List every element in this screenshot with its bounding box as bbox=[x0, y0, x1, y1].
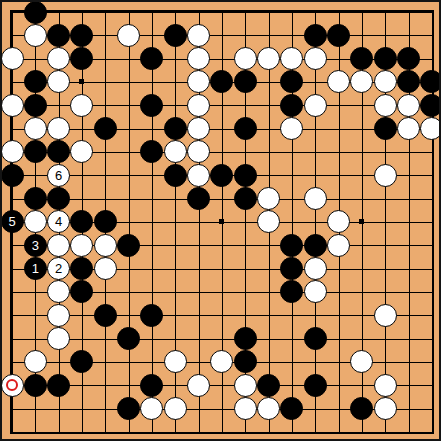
black-stone bbox=[304, 374, 327, 397]
white-stone bbox=[304, 94, 327, 117]
black-stone bbox=[94, 117, 117, 140]
white-stone-move-4: 4 bbox=[47, 210, 70, 233]
black-stone bbox=[140, 47, 163, 70]
black-stone-move-3: 3 bbox=[24, 234, 47, 257]
go-diagram: 654312 bbox=[0, 0, 441, 441]
white-stone bbox=[164, 350, 187, 373]
black-stone bbox=[47, 187, 70, 210]
black-stone bbox=[47, 24, 70, 47]
black-stone bbox=[70, 350, 93, 373]
white-stone bbox=[1, 94, 24, 117]
white-stone bbox=[187, 374, 210, 397]
black-stone bbox=[397, 47, 420, 70]
black-stone bbox=[47, 140, 70, 163]
black-stone bbox=[164, 164, 187, 187]
white-stone bbox=[327, 234, 350, 257]
black-stone bbox=[280, 397, 303, 420]
black-stone bbox=[24, 187, 47, 210]
white-stone bbox=[187, 47, 210, 70]
white-stone bbox=[234, 397, 257, 420]
white-stone bbox=[47, 327, 70, 350]
black-stone bbox=[374, 47, 397, 70]
white-stone bbox=[1, 140, 24, 163]
white-stone bbox=[257, 210, 280, 233]
white-stone bbox=[374, 70, 397, 93]
white-stone bbox=[374, 164, 397, 187]
black-stone bbox=[24, 70, 47, 93]
black-stone bbox=[210, 70, 233, 93]
white-stone bbox=[327, 210, 350, 233]
black-stone-move-5: 5 bbox=[1, 210, 24, 233]
white-stone bbox=[47, 304, 70, 327]
white-stone bbox=[280, 47, 303, 70]
white-stone bbox=[187, 140, 210, 163]
black-stone bbox=[234, 327, 257, 350]
white-stone bbox=[257, 187, 280, 210]
black-stone bbox=[70, 280, 93, 303]
white-stone bbox=[374, 94, 397, 117]
black-stone bbox=[280, 234, 303, 257]
white-stone bbox=[1, 374, 24, 397]
white-stone bbox=[140, 397, 163, 420]
white-stone bbox=[164, 140, 187, 163]
white-stone bbox=[350, 70, 373, 93]
black-stone bbox=[70, 47, 93, 70]
white-stone bbox=[374, 304, 397, 327]
white-stone bbox=[47, 70, 70, 93]
black-stone bbox=[164, 24, 187, 47]
black-stone bbox=[24, 140, 47, 163]
white-stone bbox=[374, 374, 397, 397]
black-stone bbox=[24, 1, 47, 24]
white-stone bbox=[257, 47, 280, 70]
black-stone bbox=[24, 94, 47, 117]
white-stone bbox=[304, 280, 327, 303]
black-stone bbox=[140, 94, 163, 117]
white-stone bbox=[327, 70, 350, 93]
stones-layer: 654312 bbox=[0, 0, 441, 441]
white-stone bbox=[350, 350, 373, 373]
black-stone bbox=[1, 164, 24, 187]
white-stone bbox=[374, 397, 397, 420]
black-stone bbox=[304, 327, 327, 350]
black-stone bbox=[140, 304, 163, 327]
black-stone bbox=[304, 234, 327, 257]
white-stone bbox=[397, 117, 420, 140]
white-stone bbox=[47, 280, 70, 303]
black-stone bbox=[304, 24, 327, 47]
white-stone bbox=[24, 210, 47, 233]
white-stone bbox=[280, 117, 303, 140]
white-stone bbox=[187, 117, 210, 140]
white-stone bbox=[70, 140, 93, 163]
black-stone bbox=[280, 94, 303, 117]
black-stone bbox=[210, 164, 233, 187]
white-stone bbox=[304, 257, 327, 280]
white-stone bbox=[187, 94, 210, 117]
black-stone bbox=[164, 117, 187, 140]
white-stone bbox=[117, 24, 140, 47]
white-stone bbox=[47, 47, 70, 70]
white-stone bbox=[94, 234, 117, 257]
black-stone bbox=[280, 70, 303, 93]
white-stone bbox=[24, 350, 47, 373]
white-stone bbox=[304, 187, 327, 210]
black-stone bbox=[234, 117, 257, 140]
black-stone bbox=[94, 304, 117, 327]
black-stone bbox=[420, 70, 441, 93]
black-stone-move-1: 1 bbox=[24, 257, 47, 280]
black-stone bbox=[117, 397, 140, 420]
white-stone bbox=[24, 24, 47, 47]
black-stone bbox=[397, 70, 420, 93]
black-stone bbox=[117, 327, 140, 350]
black-stone bbox=[70, 210, 93, 233]
black-stone bbox=[280, 280, 303, 303]
white-stone bbox=[397, 94, 420, 117]
black-stone bbox=[234, 70, 257, 93]
black-stone bbox=[234, 350, 257, 373]
white-stone bbox=[420, 117, 441, 140]
black-stone bbox=[47, 374, 70, 397]
black-stone bbox=[24, 374, 47, 397]
circle-mark bbox=[6, 379, 18, 391]
black-stone bbox=[117, 234, 140, 257]
white-stone bbox=[24, 117, 47, 140]
white-stone bbox=[210, 350, 233, 373]
black-stone bbox=[140, 140, 163, 163]
white-stone bbox=[234, 47, 257, 70]
black-stone bbox=[257, 374, 280, 397]
white-stone bbox=[70, 94, 93, 117]
white-stone-move-2: 2 bbox=[47, 257, 70, 280]
white-stone bbox=[94, 257, 117, 280]
white-stone bbox=[257, 397, 280, 420]
black-stone bbox=[70, 257, 93, 280]
black-stone bbox=[350, 397, 373, 420]
white-stone bbox=[187, 164, 210, 187]
white-stone bbox=[164, 397, 187, 420]
black-stone bbox=[420, 94, 441, 117]
white-stone bbox=[304, 47, 327, 70]
black-stone bbox=[327, 24, 350, 47]
black-stone bbox=[234, 187, 257, 210]
white-stone bbox=[187, 24, 210, 47]
white-stone bbox=[1, 47, 24, 70]
black-stone bbox=[94, 210, 117, 233]
white-stone bbox=[47, 117, 70, 140]
white-stone bbox=[234, 374, 257, 397]
black-stone bbox=[70, 24, 93, 47]
white-stone bbox=[70, 234, 93, 257]
black-stone bbox=[234, 164, 257, 187]
black-stone bbox=[374, 117, 397, 140]
white-stone bbox=[187, 70, 210, 93]
black-stone bbox=[280, 257, 303, 280]
white-stone bbox=[47, 234, 70, 257]
white-stone-move-6: 6 bbox=[47, 164, 70, 187]
black-stone bbox=[187, 187, 210, 210]
black-stone bbox=[140, 374, 163, 397]
black-stone bbox=[350, 47, 373, 70]
